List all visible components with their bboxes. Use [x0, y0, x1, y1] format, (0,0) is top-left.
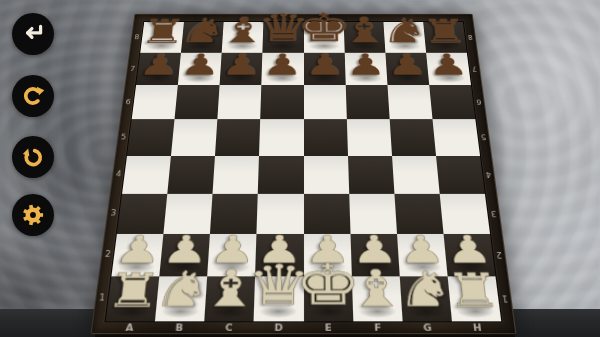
black-pawn-c7[interactable]: ♟ — [220, 50, 263, 79]
square-a3[interactable] — [117, 194, 168, 234]
square-g4[interactable] — [392, 156, 440, 194]
square-f3[interactable] — [349, 194, 397, 234]
black-knight-g8[interactable]: ♞ — [383, 13, 426, 47]
square-h2[interactable] — [443, 234, 495, 277]
square-e1[interactable] — [303, 276, 352, 321]
square-d3[interactable] — [257, 194, 304, 234]
black-king-e8[interactable]: ♚ — [304, 8, 345, 47]
square-h3[interactable] — [440, 194, 490, 234]
black-pawn-a7[interactable]: ♟ — [137, 50, 182, 79]
square-g6[interactable] — [387, 85, 432, 119]
square-d5[interactable] — [259, 119, 303, 155]
square-c1[interactable] — [205, 276, 256, 321]
black-pawn-b7[interactable]: ♟ — [178, 50, 222, 79]
black-pawn-e7[interactable]: ♟ — [304, 50, 346, 79]
square-a2[interactable] — [111, 234, 163, 277]
back-button[interactable] — [12, 13, 54, 55]
square-c6[interactable] — [218, 85, 262, 119]
square-g2[interactable] — [397, 234, 448, 277]
rotate-clockwise-icon — [20, 83, 46, 109]
gear-icon — [20, 202, 46, 228]
square-b4[interactable] — [167, 156, 215, 194]
square-h5[interactable] — [432, 119, 480, 155]
black-pawn-f7[interactable]: ♟ — [344, 50, 387, 79]
game-screen: ABCDEFGH 87654321 87654321 ♜♞♝♛♚♝♞♜♟♟♟♟♟… — [0, 0, 600, 337]
square-e6[interactable] — [304, 85, 347, 119]
undo-move-button[interactable] — [12, 136, 54, 178]
black-pawn-h7[interactable]: ♟ — [426, 50, 471, 79]
settings-button[interactable] — [12, 194, 54, 236]
square-h1[interactable] — [447, 276, 501, 321]
rotate-board-button[interactable] — [12, 75, 54, 117]
square-f2[interactable] — [350, 234, 399, 277]
square-a6[interactable] — [132, 85, 178, 119]
square-d6[interactable] — [261, 85, 304, 119]
square-e5[interactable] — [304, 119, 348, 155]
square-f5[interactable] — [346, 119, 391, 155]
black-pawn-d7[interactable]: ♟ — [262, 50, 304, 79]
square-a1[interactable] — [106, 276, 160, 321]
chess-board: ABCDEFGH 87654321 87654321 ♜♞♝♛♚♝♞♜♟♟♟♟♟… — [90, 14, 516, 334]
square-a4[interactable] — [122, 156, 171, 194]
back-arrow-icon — [20, 21, 46, 47]
square-f4[interactable] — [348, 156, 395, 194]
square-e3[interactable] — [303, 194, 350, 234]
black-bishop-f8[interactable]: ♝ — [343, 12, 385, 47]
board-perspective-wrap: ABCDEFGH 87654321 87654321 ♜♞♝♛♚♝♞♜♟♟♟♟♟… — [0, 0, 600, 337]
black-pawn-g7[interactable]: ♟ — [385, 50, 429, 79]
square-e2[interactable] — [303, 234, 351, 277]
square-f6[interactable] — [345, 85, 389, 119]
square-d1[interactable] — [254, 276, 303, 321]
square-c3[interactable] — [210, 194, 258, 234]
square-c2[interactable] — [207, 234, 256, 277]
square-a5[interactable] — [127, 119, 175, 155]
square-g5[interactable] — [389, 119, 435, 155]
square-d4[interactable] — [258, 156, 303, 194]
square-h6[interactable] — [429, 85, 475, 119]
square-d2[interactable] — [255, 234, 303, 277]
square-c5[interactable] — [215, 119, 260, 155]
black-rook-h8[interactable]: ♜ — [422, 15, 466, 48]
square-b5[interactable] — [171, 119, 217, 155]
square-b1[interactable] — [155, 276, 207, 321]
square-g3[interactable] — [394, 194, 443, 234]
square-h4[interactable] — [436, 156, 485, 194]
square-b3[interactable] — [164, 194, 213, 234]
square-e4[interactable] — [303, 156, 348, 194]
square-f1[interactable] — [351, 276, 402, 321]
square-c4[interactable] — [213, 156, 260, 194]
square-g1[interactable] — [399, 276, 451, 321]
undo-arrow-icon — [20, 144, 46, 170]
square-b2[interactable] — [159, 234, 210, 277]
square-b6[interactable] — [175, 85, 220, 119]
